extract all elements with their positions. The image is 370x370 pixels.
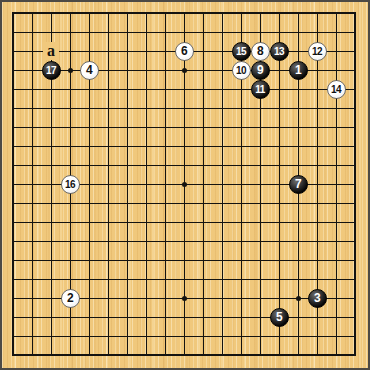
stone-9-black[interactable]: 9 xyxy=(251,61,270,80)
stone-1-black[interactable]: 1 xyxy=(289,61,308,80)
stone-3-black[interactable]: 3 xyxy=(308,289,327,308)
stone-4-white[interactable]: 4 xyxy=(80,61,99,80)
stone-7-black[interactable]: 7 xyxy=(289,175,308,194)
star-point xyxy=(182,182,187,187)
stone-11-black[interactable]: 11 xyxy=(251,80,270,99)
point-label-a[interactable]: a xyxy=(43,42,59,60)
go-board[interactable]: 1234567891011121314151617a xyxy=(0,0,370,370)
stone-13-black[interactable]: 13 xyxy=(270,42,289,61)
stone-8-white[interactable]: 8 xyxy=(251,42,270,61)
stone-2-white[interactable]: 2 xyxy=(61,289,80,308)
stone-6-white[interactable]: 6 xyxy=(175,42,194,61)
stone-12-white[interactable]: 12 xyxy=(308,42,327,61)
stone-14-white[interactable]: 14 xyxy=(327,80,346,99)
stone-15-black[interactable]: 15 xyxy=(232,42,251,61)
star-point xyxy=(296,296,301,301)
stone-10-white[interactable]: 10 xyxy=(232,61,251,80)
star-point xyxy=(68,68,73,73)
star-point xyxy=(182,296,187,301)
stone-17-black[interactable]: 17 xyxy=(42,61,61,80)
stone-16-white[interactable]: 16 xyxy=(61,175,80,194)
stone-5-black[interactable]: 5 xyxy=(270,308,289,327)
star-point xyxy=(182,68,187,73)
